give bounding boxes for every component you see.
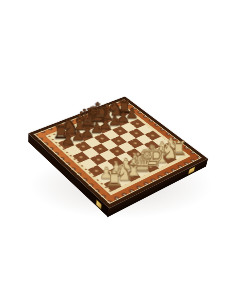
board-scene: ♜♞♝♛♚♝♞♜♟♟♟♟♟♟♟♟♟♟♟♟♟♟♟♟♜♞♝♛♚♝♞♜ bbox=[46, 74, 191, 219]
product-photo-chess-set: ♜♞♝♛♚♝♞♜♟♟♟♟♟♟♟♟♟♟♟♟♟♟♟♟♜♞♝♛♚♝♞♜ bbox=[0, 0, 240, 303]
